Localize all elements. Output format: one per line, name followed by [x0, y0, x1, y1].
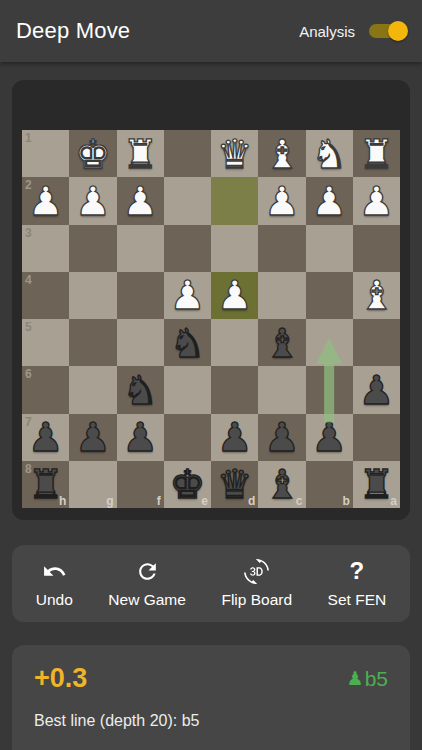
square-b7[interactable]: ♟: [306, 414, 353, 461]
white-pawn: ♟: [69, 177, 116, 224]
square-d3[interactable]: [211, 225, 258, 272]
square-b6[interactable]: [306, 366, 353, 413]
square-c4[interactable]: [258, 272, 305, 319]
square-g8[interactable]: g: [69, 461, 116, 508]
white-pawn: ♟: [117, 177, 164, 224]
square-f6[interactable]: ♞: [117, 366, 164, 413]
best-move-text: b5: [365, 667, 388, 691]
square-f4[interactable]: [117, 272, 164, 319]
square-e1[interactable]: [164, 130, 211, 177]
board-card: 1♚♜♛♝♞♜2♟♟♟♟♟♟34♟♟♝5♞♝6♞♟7♟♟♟♟♟♟8h♜gfe♚d…: [12, 80, 410, 520]
white-king: ♚: [69, 130, 116, 177]
square-g3[interactable]: [69, 225, 116, 272]
square-f2[interactable]: ♟: [117, 177, 164, 224]
square-e6[interactable]: [164, 366, 211, 413]
black-pawn: ♟: [306, 414, 353, 461]
best-line-text: Best line (depth 20): b5: [12, 712, 410, 730]
question-mark-icon: ?: [350, 558, 365, 584]
rank-label-5: 5: [25, 320, 32, 334]
set-fen-label: Set FEN: [328, 591, 387, 609]
black-knight: ♞: [164, 319, 211, 366]
square-d5[interactable]: [211, 319, 258, 366]
rank-label-6: 6: [25, 367, 32, 381]
file-label-a: a: [390, 494, 397, 508]
square-e7[interactable]: [164, 414, 211, 461]
square-h1[interactable]: 1: [22, 130, 69, 177]
square-e5[interactable]: ♞: [164, 319, 211, 366]
top-bar: Deep Move Analysis: [0, 0, 422, 62]
undo-icon: [42, 558, 67, 584]
chess-board[interactable]: 1♚♜♛♝♞♜2♟♟♟♟♟♟34♟♟♝5♞♝6♞♟7♟♟♟♟♟♟8h♜gfe♚d…: [22, 130, 400, 508]
black-bishop: ♝: [258, 319, 305, 366]
square-a7[interactable]: [353, 414, 400, 461]
square-c7[interactable]: ♟: [258, 414, 305, 461]
black-pawn: ♟: [211, 414, 258, 461]
square-a2[interactable]: ♟: [353, 177, 400, 224]
square-g5[interactable]: [69, 319, 116, 366]
square-h8[interactable]: 8h♜: [22, 461, 69, 508]
white-queen: ♛: [211, 130, 258, 177]
square-a4[interactable]: ♝: [353, 272, 400, 319]
square-d6[interactable]: [211, 366, 258, 413]
white-bishop: ♝: [353, 272, 400, 319]
square-h3[interactable]: 3: [22, 225, 69, 272]
flip-board-label: Flip Board: [221, 591, 292, 609]
rank-label-2: 2: [25, 178, 32, 192]
file-label-g: g: [106, 494, 113, 508]
file-label-b: b: [342, 494, 349, 508]
square-d7[interactable]: ♟: [211, 414, 258, 461]
black-pawn: ♟: [258, 414, 305, 461]
square-e2[interactable]: [164, 177, 211, 224]
square-g6[interactable]: [69, 366, 116, 413]
set-fen-button[interactable]: ? Set FEN: [328, 558, 387, 609]
square-f7[interactable]: ♟: [117, 414, 164, 461]
square-b8[interactable]: b: [306, 461, 353, 508]
evaluation-score: +0.3: [34, 663, 87, 694]
square-h2[interactable]: 2♟: [22, 177, 69, 224]
rank-label-4: 4: [25, 273, 32, 287]
square-h7[interactable]: 7♟: [22, 414, 69, 461]
square-b3[interactable]: [306, 225, 353, 272]
rank-label-7: 7: [25, 415, 32, 429]
square-h6[interactable]: 6: [22, 366, 69, 413]
square-b2[interactable]: ♟: [306, 177, 353, 224]
square-d1[interactable]: ♛: [211, 130, 258, 177]
square-e8[interactable]: e♚: [164, 461, 211, 508]
file-label-c: c: [296, 494, 303, 508]
analysis-control: Analysis: [299, 21, 406, 41]
square-a1[interactable]: ♜: [353, 130, 400, 177]
file-label-d: d: [248, 494, 255, 508]
square-d8[interactable]: d♛: [211, 461, 258, 508]
file-label-h: h: [59, 494, 66, 508]
square-c6[interactable]: [258, 366, 305, 413]
square-h5[interactable]: 5: [22, 319, 69, 366]
file-label-e: e: [201, 494, 208, 508]
white-pawn: ♟: [306, 177, 353, 224]
white-bishop: ♝: [258, 130, 305, 177]
analysis-panel: +0.3 ♟b5 Best line (depth 20): b5: [12, 645, 410, 750]
flip-board-button[interactable]: Flip Board: [221, 558, 292, 609]
rank-label-1: 1: [25, 131, 32, 145]
square-c2[interactable]: ♟: [258, 177, 305, 224]
white-rook: ♜: [117, 130, 164, 177]
square-d2[interactable]: [211, 177, 258, 224]
square-f8[interactable]: f: [117, 461, 164, 508]
square-e4[interactable]: ♟: [164, 272, 211, 319]
3d-rotate-icon: [244, 558, 269, 584]
square-b5[interactable]: [306, 319, 353, 366]
toggle-thumb-icon: [388, 21, 408, 41]
square-a6[interactable]: ♟: [353, 366, 400, 413]
new-game-button[interactable]: New Game: [108, 558, 186, 609]
square-e3[interactable]: [164, 225, 211, 272]
square-f1[interactable]: ♜: [117, 130, 164, 177]
black-pawn-icon: ♟: [347, 669, 364, 688]
black-knight: ♞: [117, 366, 164, 413]
file-label-f: f: [157, 494, 161, 508]
undo-button[interactable]: Undo: [36, 558, 73, 609]
square-d4[interactable]: ♟: [211, 272, 258, 319]
refresh-icon: [135, 558, 160, 584]
best-move: ♟b5: [347, 667, 388, 691]
square-c5[interactable]: ♝: [258, 319, 305, 366]
white-pawn: ♟: [258, 177, 305, 224]
rank-label-8: 8: [25, 462, 32, 476]
square-b4[interactable]: [306, 272, 353, 319]
white-knight: ♞: [306, 130, 353, 177]
white-rook: ♜: [353, 130, 400, 177]
toolbar: Undo New Game Flip Board ? Set FEN: [12, 545, 410, 622]
square-g4[interactable]: [69, 272, 116, 319]
black-pawn: ♟: [353, 366, 400, 413]
white-pawn: ♟: [164, 272, 211, 319]
square-g2[interactable]: ♟: [69, 177, 116, 224]
square-c1[interactable]: ♝: [258, 130, 305, 177]
square-g1[interactable]: ♚: [69, 130, 116, 177]
square-a8[interactable]: a♜: [353, 461, 400, 508]
square-c3[interactable]: [258, 225, 305, 272]
analysis-toggle[interactable]: [369, 21, 406, 41]
square-a3[interactable]: [353, 225, 400, 272]
square-a5[interactable]: [353, 319, 400, 366]
new-game-label: New Game: [108, 591, 186, 609]
black-pawn: ♟: [117, 414, 164, 461]
white-pawn: ♟: [211, 272, 258, 319]
square-h4[interactable]: 4: [22, 272, 69, 319]
black-pawn: ♟: [69, 414, 116, 461]
white-pawn: ♟: [353, 177, 400, 224]
square-g7[interactable]: ♟: [69, 414, 116, 461]
square-f5[interactable]: [117, 319, 164, 366]
square-f3[interactable]: [117, 225, 164, 272]
analysis-label: Analysis: [299, 23, 355, 40]
undo-label: Undo: [36, 591, 73, 609]
app-title: Deep Move: [16, 18, 130, 44]
square-b1[interactable]: ♞: [306, 130, 353, 177]
rank-label-3: 3: [25, 226, 32, 240]
square-c8[interactable]: c♝: [258, 461, 305, 508]
